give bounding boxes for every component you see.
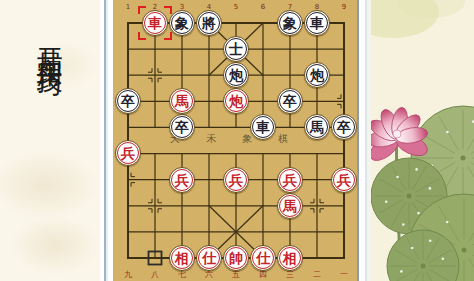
- lesson-title: 开局实用技巧: [37, 27, 63, 57]
- file-label-bottom: 六: [205, 270, 213, 279]
- watermark-blob: [0, 150, 100, 220]
- piece-glyph: 兵: [229, 173, 243, 187]
- piece-black-chariot[interactable]: 車: [304, 10, 330, 36]
- piece-black-cannon[interactable]: 炮: [223, 62, 249, 88]
- piece-glyph: 炮: [229, 68, 243, 82]
- file-label-bottom: 二: [313, 270, 321, 279]
- board-frame-right: [357, 0, 371, 281]
- piece-black-soldier[interactable]: 卒: [115, 88, 141, 114]
- piece-glyph: 車: [310, 16, 324, 30]
- lotus-decoration: [371, 0, 474, 281]
- piece-black-chariot[interactable]: 車: [250, 114, 276, 140]
- piece-red-soldier[interactable]: 兵: [115, 140, 141, 166]
- piece-glyph: 帥: [229, 251, 243, 265]
- piece-black-soldier[interactable]: 卒: [331, 114, 357, 140]
- piece-glyph: 仕: [202, 251, 216, 265]
- piece-black-soldier[interactable]: 卒: [277, 88, 303, 114]
- piece-red-soldier[interactable]: 兵: [169, 167, 195, 193]
- piece-red-elephant[interactable]: 相: [277, 245, 303, 271]
- piece-glyph: 仕: [256, 251, 270, 265]
- piece-red-horse[interactable]: 馬: [169, 88, 195, 114]
- file-label-bottom: 七: [178, 270, 186, 279]
- file-label-bottom: 一: [340, 270, 348, 279]
- piece-red-elephant[interactable]: 相: [169, 245, 195, 271]
- piece-glyph: 相: [175, 251, 189, 265]
- piece-glyph: 象: [283, 16, 297, 30]
- piece-red-general[interactable]: 帥: [223, 245, 249, 271]
- piece-red-soldier[interactable]: 兵: [277, 167, 303, 193]
- piece-black-cannon[interactable]: 炮: [304, 62, 330, 88]
- piece-red-advisor[interactable]: 仕: [196, 245, 222, 271]
- piece-glyph: 象: [175, 16, 189, 30]
- piece-black-elephant[interactable]: 象: [169, 10, 195, 36]
- piece-red-cannon[interactable]: 炮: [223, 88, 249, 114]
- piece-glyph: 卒: [283, 94, 297, 108]
- xiangqi-board[interactable]: 123456789九八七六五四三二一 天 禾 象 棋 車象將象車士炮炮卒馬炮卒卒…: [113, 0, 357, 281]
- piece-black-advisor[interactable]: 士: [223, 36, 249, 62]
- piece-glyph: 馬: [310, 120, 324, 134]
- file-label-bottom: 三: [286, 270, 294, 279]
- piece-glyph: 兵: [283, 173, 297, 187]
- pieces-layer: 車象將象車士炮炮卒馬炮卒卒車馬卒兵兵兵兵兵馬相仕帥仕相: [115, 10, 358, 271]
- piece-glyph: 炮: [229, 94, 243, 108]
- piece-glyph: 兵: [337, 173, 351, 187]
- piece-red-soldier[interactable]: 兵: [223, 167, 249, 193]
- file-label-bottom: 八: [151, 270, 159, 279]
- piece-black-soldier[interactable]: 卒: [169, 114, 195, 140]
- piece-glyph: 兵: [175, 173, 189, 187]
- piece-glyph: 將: [202, 16, 216, 30]
- piece-red-soldier[interactable]: 兵: [331, 167, 357, 193]
- piece-red-advisor[interactable]: 仕: [250, 245, 276, 271]
- screenshot-root: 开局实用技巧 123456789九八七六五四三二一 天 禾 象 棋 車象將象車士…: [0, 0, 474, 281]
- left-title-panel: 开局实用技巧: [0, 0, 100, 281]
- file-label-bottom: 五: [232, 270, 240, 279]
- piece-glyph: 馬: [283, 199, 297, 213]
- watermark-blob: [10, 215, 100, 275]
- piece-glyph: 兵: [121, 146, 135, 160]
- piece-black-general[interactable]: 將: [196, 10, 222, 36]
- piece-red-chariot[interactable]: 車: [142, 10, 168, 36]
- file-label-bottom: 九: [124, 270, 133, 279]
- lotus-painting: [371, 0, 474, 281]
- piece-black-horse[interactable]: 馬: [304, 114, 330, 140]
- piece-glyph: 卒: [121, 94, 135, 108]
- piece-glyph: 士: [229, 42, 243, 56]
- piece-glyph: 車: [148, 16, 162, 30]
- piece-black-elephant[interactable]: 象: [277, 10, 303, 36]
- board-frame-left: [100, 0, 113, 281]
- piece-glyph: 卒: [337, 120, 351, 134]
- piece-glyph: 車: [256, 120, 270, 134]
- piece-red-horse[interactable]: 馬: [277, 193, 303, 219]
- file-label-bottom: 四: [259, 270, 267, 279]
- piece-glyph: 卒: [175, 120, 189, 134]
- piece-glyph: 相: [283, 251, 297, 265]
- piece-glyph: 炮: [310, 68, 324, 82]
- piece-glyph: 馬: [175, 94, 189, 108]
